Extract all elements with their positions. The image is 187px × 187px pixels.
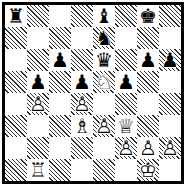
piece-white-pawn: ♟♙ xyxy=(115,137,137,159)
square-g2[interactable]: ♟♙ xyxy=(137,137,159,159)
square-f8[interactable] xyxy=(115,5,137,27)
square-a2[interactable] xyxy=(5,137,27,159)
piece-white-queen: ♛♕ xyxy=(115,115,137,137)
piece-white-knight: ♞♘ xyxy=(93,71,115,93)
square-f3[interactable]: ♛♕ xyxy=(115,115,137,137)
square-a4[interactable] xyxy=(5,93,27,115)
square-f2[interactable]: ♟♙ xyxy=(115,137,137,159)
piece-black-rook: ♜ xyxy=(5,5,27,27)
square-d5[interactable]: ♟ xyxy=(71,71,93,93)
piece-black-bishop: ♝ xyxy=(93,5,115,27)
square-h2[interactable]: ♟♙ xyxy=(159,137,181,159)
square-e5[interactable]: ♞♘ xyxy=(93,71,115,93)
square-g8[interactable]: ♚ xyxy=(137,5,159,27)
square-e8[interactable]: ♝ xyxy=(93,5,115,27)
square-c6[interactable]: ♟ xyxy=(49,49,71,71)
piece-black-pawn: ♟ xyxy=(115,71,137,93)
square-b5[interactable]: ♟ xyxy=(27,71,49,93)
square-d6[interactable] xyxy=(71,49,93,71)
square-d1[interactable] xyxy=(71,159,93,181)
square-b2[interactable] xyxy=(27,137,49,159)
board-frame: ♜♝♚♞♟♛♟♟♟♟♞♘♟♟♙♟♙♝♗♟♙♛♕♟♙♟♙♟♙♜♖♚♔ xyxy=(2,2,184,184)
square-d2[interactable] xyxy=(71,137,93,159)
square-e2[interactable] xyxy=(93,137,115,159)
piece-white-bishop: ♝♗ xyxy=(71,115,93,137)
square-e3[interactable]: ♟♙ xyxy=(93,115,115,137)
square-a7[interactable] xyxy=(5,27,27,49)
square-a8[interactable]: ♜ xyxy=(5,5,27,27)
piece-black-queen: ♛ xyxy=(93,49,115,71)
square-h7[interactable] xyxy=(159,27,181,49)
square-h5[interactable] xyxy=(159,71,181,93)
square-c3[interactable] xyxy=(49,115,71,137)
square-b7[interactable] xyxy=(27,27,49,49)
piece-black-pawn: ♟ xyxy=(159,49,181,71)
piece-white-pawn: ♟♙ xyxy=(71,93,93,115)
square-f7[interactable] xyxy=(115,27,137,49)
square-d3[interactable]: ♝♗ xyxy=(71,115,93,137)
square-b6[interactable] xyxy=(27,49,49,71)
square-g1[interactable]: ♚♔ xyxy=(137,159,159,181)
square-h8[interactable] xyxy=(159,5,181,27)
square-g4[interactable] xyxy=(137,93,159,115)
square-f6[interactable] xyxy=(115,49,137,71)
square-h1[interactable] xyxy=(159,159,181,181)
square-h3[interactable] xyxy=(159,115,181,137)
square-c8[interactable] xyxy=(49,5,71,27)
square-f4[interactable] xyxy=(115,93,137,115)
square-e4[interactable] xyxy=(93,93,115,115)
square-c2[interactable] xyxy=(49,137,71,159)
square-d8[interactable] xyxy=(71,5,93,27)
square-a1[interactable] xyxy=(5,159,27,181)
square-e7[interactable]: ♞ xyxy=(93,27,115,49)
piece-white-pawn: ♟♙ xyxy=(27,93,49,115)
piece-white-rook: ♜♖ xyxy=(27,159,49,181)
square-b1[interactable]: ♜♖ xyxy=(27,159,49,181)
square-a5[interactable] xyxy=(5,71,27,93)
square-h4[interactable] xyxy=(159,93,181,115)
chess-board: ♜♝♚♞♟♛♟♟♟♟♞♘♟♟♙♟♙♝♗♟♙♛♕♟♙♟♙♟♙♜♖♚♔ xyxy=(5,5,181,181)
square-c4[interactable] xyxy=(49,93,71,115)
square-g6[interactable]: ♟ xyxy=(137,49,159,71)
piece-black-pawn: ♟ xyxy=(137,49,159,71)
square-g5[interactable] xyxy=(137,71,159,93)
square-f5[interactable]: ♟ xyxy=(115,71,137,93)
square-b8[interactable] xyxy=(27,5,49,27)
piece-white-king: ♚♔ xyxy=(137,159,159,181)
piece-black-pawn: ♟ xyxy=(27,71,49,93)
square-d4[interactable]: ♟♙ xyxy=(71,93,93,115)
square-h6[interactable]: ♟ xyxy=(159,49,181,71)
piece-white-pawn: ♟♙ xyxy=(137,137,159,159)
square-a3[interactable] xyxy=(5,115,27,137)
square-c1[interactable] xyxy=(49,159,71,181)
square-a6[interactable] xyxy=(5,49,27,71)
square-g7[interactable] xyxy=(137,27,159,49)
square-b4[interactable]: ♟♙ xyxy=(27,93,49,115)
square-c5[interactable] xyxy=(49,71,71,93)
square-d7[interactable] xyxy=(71,27,93,49)
square-e6[interactable]: ♛ xyxy=(93,49,115,71)
piece-white-pawn: ♟♙ xyxy=(159,137,181,159)
piece-black-pawn: ♟ xyxy=(49,49,71,71)
piece-black-king: ♚ xyxy=(137,5,159,27)
square-f1[interactable] xyxy=(115,159,137,181)
square-c7[interactable] xyxy=(49,27,71,49)
piece-white-pawn: ♟♙ xyxy=(93,115,115,137)
square-b3[interactable] xyxy=(27,115,49,137)
piece-black-pawn: ♟ xyxy=(71,71,93,93)
square-e1[interactable] xyxy=(93,159,115,181)
piece-black-knight: ♞ xyxy=(93,27,115,49)
square-g3[interactable] xyxy=(137,115,159,137)
